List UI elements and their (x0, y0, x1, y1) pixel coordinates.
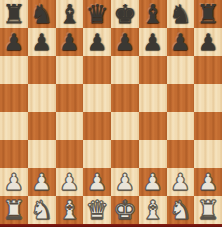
black-knight: ♞ (169, 0, 192, 28)
white-rook: ♜ (2, 196, 25, 224)
white-pawn: ♟ (170, 168, 191, 196)
square-g6[interactable] (167, 56, 195, 84)
square-h2[interactable]: ♟ (194, 168, 222, 196)
white-pawn: ♟ (115, 168, 136, 196)
square-h5[interactable] (194, 84, 222, 112)
square-b1[interactable]: ♞ (28, 196, 56, 224)
white-pawn: ♟ (87, 168, 108, 196)
square-d3[interactable] (83, 140, 111, 168)
square-e8[interactable]: ♚ (111, 0, 139, 28)
square-g8[interactable]: ♞ (167, 0, 195, 28)
square-f3[interactable] (139, 140, 167, 168)
square-a7[interactable]: ♟ (0, 28, 28, 56)
black-queen: ♛ (85, 0, 108, 28)
square-h4[interactable] (194, 112, 222, 140)
black-king: ♚ (113, 0, 136, 28)
square-b3[interactable] (28, 140, 56, 168)
square-d2[interactable]: ♟ (83, 168, 111, 196)
white-bishop: ♝ (58, 196, 81, 224)
square-e7[interactable]: ♟ (111, 28, 139, 56)
white-pawn: ♟ (4, 168, 25, 196)
white-queen: ♛ (85, 196, 108, 224)
white-knight: ♞ (30, 196, 53, 224)
square-g4[interactable] (167, 112, 195, 140)
square-c7[interactable]: ♟ (56, 28, 84, 56)
square-f6[interactable] (139, 56, 167, 84)
square-h8[interactable]: ♜ (194, 0, 222, 28)
square-e5[interactable] (111, 84, 139, 112)
square-d4[interactable] (83, 112, 111, 140)
square-g5[interactable] (167, 84, 195, 112)
black-pawn: ♟ (198, 28, 219, 56)
square-a8[interactable]: ♜ (0, 0, 28, 28)
square-b7[interactable]: ♟ (28, 28, 56, 56)
square-c5[interactable] (56, 84, 84, 112)
black-pawn: ♟ (59, 28, 80, 56)
square-f7[interactable]: ♟ (139, 28, 167, 56)
square-c6[interactable] (56, 56, 84, 84)
square-b2[interactable]: ♟ (28, 168, 56, 196)
square-c1[interactable]: ♝ (56, 196, 84, 224)
square-f1[interactable]: ♝ (139, 196, 167, 224)
white-pawn: ♟ (59, 168, 80, 196)
square-a3[interactable] (0, 140, 28, 168)
square-a1[interactable]: ♜ (0, 196, 28, 224)
square-b8[interactable]: ♞ (28, 0, 56, 28)
square-c2[interactable]: ♟ (56, 168, 84, 196)
white-pawn: ♟ (142, 168, 163, 196)
white-pawn: ♟ (198, 168, 219, 196)
white-pawn: ♟ (31, 168, 52, 196)
square-g2[interactable]: ♟ (167, 168, 195, 196)
square-f2[interactable]: ♟ (139, 168, 167, 196)
square-f5[interactable] (139, 84, 167, 112)
square-b5[interactable] (28, 84, 56, 112)
square-a5[interactable] (0, 84, 28, 112)
square-d5[interactable] (83, 84, 111, 112)
white-king: ♚ (113, 196, 136, 224)
square-f8[interactable]: ♝ (139, 0, 167, 28)
square-e6[interactable] (111, 56, 139, 84)
black-bishop: ♝ (58, 0, 81, 28)
black-pawn: ♟ (142, 28, 163, 56)
white-rook: ♜ (196, 196, 219, 224)
black-rook: ♜ (2, 0, 25, 28)
square-a4[interactable] (0, 112, 28, 140)
black-knight: ♞ (30, 0, 53, 28)
black-pawn: ♟ (115, 28, 136, 56)
square-e2[interactable]: ♟ (111, 168, 139, 196)
square-e1[interactable]: ♚ (111, 196, 139, 224)
square-b4[interactable] (28, 112, 56, 140)
black-rook: ♜ (196, 0, 219, 28)
black-bishop: ♝ (141, 0, 164, 28)
black-pawn: ♟ (87, 28, 108, 56)
square-d7[interactable]: ♟ (83, 28, 111, 56)
square-a2[interactable]: ♟ (0, 168, 28, 196)
square-g1[interactable]: ♞ (167, 196, 195, 224)
square-a6[interactable] (0, 56, 28, 84)
square-h1[interactable]: ♜ (194, 196, 222, 224)
square-c8[interactable]: ♝ (56, 0, 84, 28)
chess-board: ♜♞♝♛♚♝♞♜♟♟♟♟♟♟♟♟♟♟♟♟♟♟♟♟♜♞♝♛♚♝♞♜ (0, 0, 222, 224)
black-pawn: ♟ (31, 28, 52, 56)
square-b6[interactable] (28, 56, 56, 84)
square-g7[interactable]: ♟ (167, 28, 195, 56)
square-g3[interactable] (167, 140, 195, 168)
square-c4[interactable] (56, 112, 84, 140)
white-bishop: ♝ (141, 196, 164, 224)
square-f4[interactable] (139, 112, 167, 140)
square-d8[interactable]: ♛ (83, 0, 111, 28)
square-h6[interactable] (194, 56, 222, 84)
white-knight: ♞ (169, 196, 192, 224)
square-e4[interactable] (111, 112, 139, 140)
square-d6[interactable] (83, 56, 111, 84)
black-pawn: ♟ (170, 28, 191, 56)
black-pawn: ♟ (4, 28, 25, 56)
square-c3[interactable] (56, 140, 84, 168)
square-e3[interactable] (111, 140, 139, 168)
square-d1[interactable]: ♛ (83, 196, 111, 224)
square-h3[interactable] (194, 140, 222, 168)
square-h7[interactable]: ♟ (194, 28, 222, 56)
